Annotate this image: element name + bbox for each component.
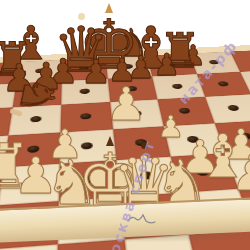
pencil-scribble bbox=[126, 211, 160, 227]
piece-dark-pawn: ♟ bbox=[154, 50, 181, 80]
piece-light-pawn: ♟ bbox=[231, 148, 250, 198]
piece-finial-cone bbox=[105, 3, 113, 13]
piece-finial-cone bbox=[106, 136, 114, 146]
piece-finial-ball bbox=[78, 13, 85, 20]
photo-scene: ♜♝♟♟♟♛♟♚♟♞♟♝♟♜♟♞♟♜♟♟♞♚♛♟♞♟♝♟♟ москва спо… bbox=[0, 0, 250, 250]
piece-light-pawn: ♟ bbox=[105, 81, 146, 127]
piece-finial-ball bbox=[141, 142, 148, 149]
